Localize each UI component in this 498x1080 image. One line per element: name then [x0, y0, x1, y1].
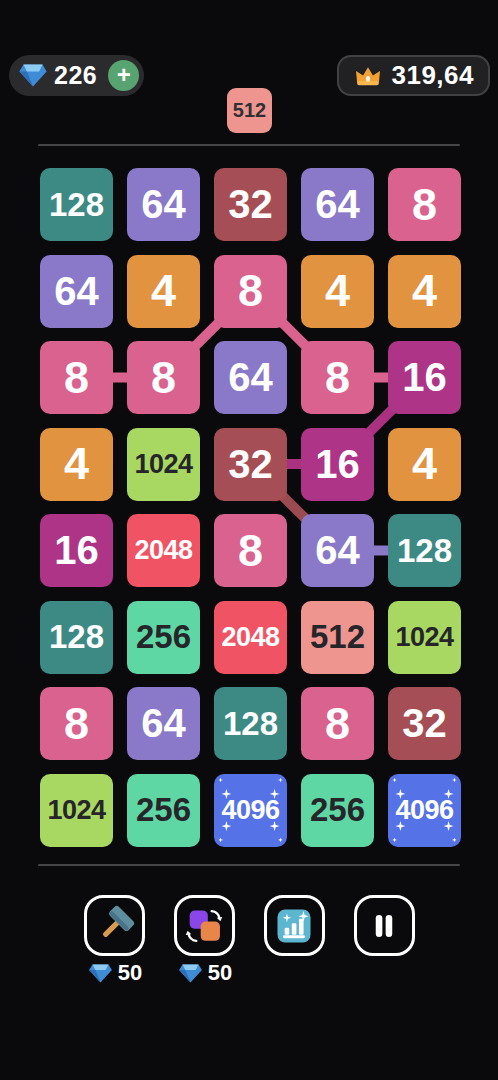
top-divider	[38, 144, 460, 146]
tile-4096[interactable]: 4096	[388, 774, 461, 847]
swap-cost: 50	[169, 960, 241, 986]
sparkle-icon	[392, 837, 397, 842]
pause-button[interactable]	[354, 895, 415, 956]
hammer-button[interactable]	[84, 895, 145, 956]
stats-icon	[272, 904, 316, 948]
tile-1024[interactable]: 1024	[127, 428, 200, 501]
sparkle-icon	[392, 778, 397, 783]
tile-256[interactable]: 256	[127, 601, 200, 674]
tile-32[interactable]: 32	[214, 168, 287, 241]
swap-icon	[182, 904, 226, 948]
next-tile-preview: 512	[227, 88, 272, 133]
tile-8[interactable]: 8	[40, 687, 113, 760]
gems-count: 226	[54, 61, 97, 90]
tile-32[interactable]: 32	[214, 428, 287, 501]
gem-icon	[178, 963, 203, 984]
hammer-cost-value: 50	[118, 960, 142, 986]
tile-512[interactable]: 512	[301, 601, 374, 674]
tile-1024[interactable]: 1024	[40, 774, 113, 847]
stats-button[interactable]	[264, 895, 325, 956]
tile-128[interactable]: 128	[214, 687, 287, 760]
swap-cost-value: 50	[208, 960, 232, 986]
tile-16[interactable]: 16	[40, 514, 113, 587]
sparkle-icon	[278, 778, 283, 783]
tile-64[interactable]: 64	[127, 687, 200, 760]
tile-8[interactable]: 8	[214, 255, 287, 328]
tile-8[interactable]: 8	[214, 514, 287, 587]
sparkle-icon	[395, 821, 405, 831]
tile-64[interactable]: 64	[301, 514, 374, 587]
tile-2048[interactable]: 2048	[127, 514, 200, 587]
tile-4[interactable]: 4	[127, 255, 200, 328]
sparkle-icon	[270, 789, 280, 799]
add-gems-button[interactable]: +	[108, 60, 139, 91]
sparkle-icon	[218, 837, 223, 842]
sparkle-icon	[452, 778, 457, 783]
sparkle-icon	[278, 837, 283, 842]
tile-64[interactable]: 64	[301, 168, 374, 241]
sparkle-icon	[218, 778, 223, 783]
tile-256[interactable]: 256	[301, 774, 374, 847]
tile-128[interactable]: 128	[40, 168, 113, 241]
bottom-divider	[38, 864, 460, 866]
pause-icon	[362, 904, 406, 948]
tile-4[interactable]: 4	[40, 428, 113, 501]
tile-64[interactable]: 64	[40, 255, 113, 328]
tile-4096[interactable]: 4096	[214, 774, 287, 847]
tile-128[interactable]: 128	[388, 514, 461, 587]
game-screen: 226 + 319,64 512 12864326486448448864816…	[0, 0, 498, 1080]
tile-8[interactable]: 8	[301, 687, 374, 760]
hammer-cost: 50	[79, 960, 151, 986]
tile-1024[interactable]: 1024	[388, 601, 461, 674]
tile-4[interactable]: 4	[388, 428, 461, 501]
tile-32[interactable]: 32	[388, 687, 461, 760]
score-value: 319,64	[391, 60, 474, 91]
swap-button[interactable]	[174, 895, 235, 956]
sparkle-icon	[221, 789, 231, 799]
tile-8[interactable]: 8	[388, 168, 461, 241]
crown-icon	[353, 64, 383, 88]
board: 1286432648644844886481641024321641620488…	[40, 168, 461, 847]
sparkle-icon	[221, 821, 231, 831]
score-display: 319,64	[337, 55, 490, 96]
gem-icon	[88, 963, 113, 984]
tile-128[interactable]: 128	[40, 601, 113, 674]
tile-2048[interactable]: 2048	[214, 601, 287, 674]
tile-4[interactable]: 4	[388, 255, 461, 328]
hammer-icon	[92, 904, 136, 948]
tile-16[interactable]: 16	[388, 341, 461, 414]
toolbar	[0, 895, 498, 956]
sparkle-icon	[444, 821, 454, 831]
gems-counter: 226 +	[9, 55, 144, 96]
sparkle-icon	[270, 821, 280, 831]
tile-64[interactable]: 64	[127, 168, 200, 241]
plus-icon: +	[117, 63, 131, 87]
tile-256[interactable]: 256	[127, 774, 200, 847]
tile-16[interactable]: 16	[301, 428, 374, 501]
tile-8[interactable]: 8	[127, 341, 200, 414]
gem-icon	[18, 63, 48, 88]
tile-8[interactable]: 8	[40, 341, 113, 414]
tile-8[interactable]: 8	[301, 341, 374, 414]
sparkle-icon	[395, 789, 405, 799]
sparkle-icon	[444, 789, 454, 799]
tile-64[interactable]: 64	[214, 341, 287, 414]
sparkle-icon	[452, 837, 457, 842]
tile-4[interactable]: 4	[301, 255, 374, 328]
